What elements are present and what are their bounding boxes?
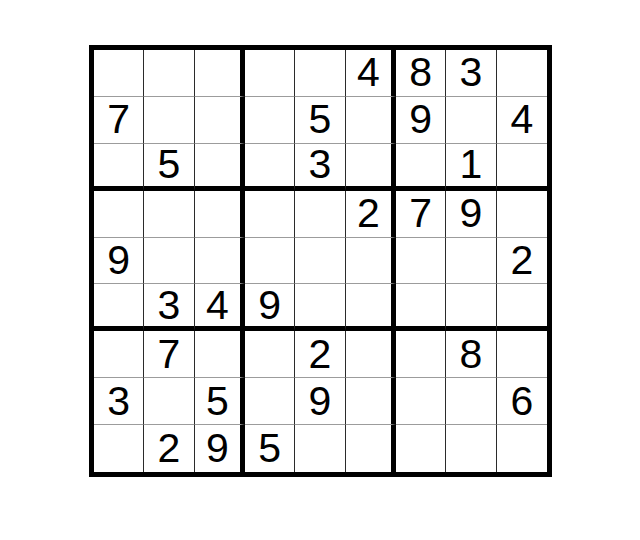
cell-r2c6-empty[interactable] <box>346 97 396 144</box>
cell-r5c6-empty[interactable] <box>346 238 396 285</box>
sudoku-page: 4837594531279923497283596295 <box>0 0 640 540</box>
cell-r6c5-empty[interactable] <box>295 284 345 331</box>
cell-r9c2-given-2[interactable]: 2 <box>144 425 194 472</box>
cell-r9c4-given-5[interactable]: 5 <box>245 425 295 472</box>
cell-r1c7-given-8[interactable]: 8 <box>396 50 446 97</box>
cell-r1c8-given-3[interactable]: 3 <box>446 50 496 97</box>
cell-r3c5-given-3[interactable]: 3 <box>295 144 345 191</box>
cell-r7c5-given-2[interactable]: 2 <box>295 331 345 378</box>
cell-r3c1-empty[interactable] <box>94 144 144 191</box>
cell-r3c2-given-5[interactable]: 5 <box>144 144 194 191</box>
cell-r6c4-given-9[interactable]: 9 <box>245 284 295 331</box>
cell-r1c1-empty[interactable] <box>94 50 144 97</box>
cell-r3c7-empty[interactable] <box>396 144 446 191</box>
cell-r8c4-empty[interactable] <box>245 378 295 425</box>
cell-r3c3-empty[interactable] <box>195 144 245 191</box>
cell-r6c3-given-4[interactable]: 4 <box>195 284 245 331</box>
cell-r3c4-empty[interactable] <box>245 144 295 191</box>
cell-r9c3-given-9[interactable]: 9 <box>195 425 245 472</box>
cell-r4c9-empty[interactable] <box>497 191 547 238</box>
cell-r7c3-empty[interactable] <box>195 331 245 378</box>
cell-r4c2-empty[interactable] <box>144 191 194 238</box>
cell-r4c7-given-7[interactable]: 7 <box>396 191 446 238</box>
cell-r7c7-empty[interactable] <box>396 331 446 378</box>
cell-r6c7-empty[interactable] <box>396 284 446 331</box>
cell-r8c2-empty[interactable] <box>144 378 194 425</box>
cell-r1c4-empty[interactable] <box>245 50 295 97</box>
cell-r5c9-given-2[interactable]: 2 <box>497 238 547 285</box>
cell-r7c9-empty[interactable] <box>497 331 547 378</box>
cell-r9c9-empty[interactable] <box>497 425 547 472</box>
cell-r7c4-empty[interactable] <box>245 331 295 378</box>
cell-r3c8-given-1[interactable]: 1 <box>446 144 496 191</box>
cell-r4c8-given-9[interactable]: 9 <box>446 191 496 238</box>
cell-r1c3-empty[interactable] <box>195 50 245 97</box>
cell-r2c5-given-5[interactable]: 5 <box>295 97 345 144</box>
cell-r2c1-given-7[interactable]: 7 <box>94 97 144 144</box>
cell-r3c9-empty[interactable] <box>497 144 547 191</box>
cell-r4c1-empty[interactable] <box>94 191 144 238</box>
cell-r2c3-empty[interactable] <box>195 97 245 144</box>
cell-r1c9-empty[interactable] <box>497 50 547 97</box>
cell-r9c5-empty[interactable] <box>295 425 345 472</box>
cell-r3c6-empty[interactable] <box>346 144 396 191</box>
cell-r7c6-empty[interactable] <box>346 331 396 378</box>
cell-r8c8-empty[interactable] <box>446 378 496 425</box>
cell-r5c1-given-9[interactable]: 9 <box>94 238 144 285</box>
cell-r6c6-empty[interactable] <box>346 284 396 331</box>
cell-r5c3-empty[interactable] <box>195 238 245 285</box>
cell-r8c1-given-3[interactable]: 3 <box>94 378 144 425</box>
cell-r1c6-given-4[interactable]: 4 <box>346 50 396 97</box>
cell-r7c1-empty[interactable] <box>94 331 144 378</box>
cell-r1c2-empty[interactable] <box>144 50 194 97</box>
cell-r8c7-empty[interactable] <box>396 378 446 425</box>
cell-r5c2-empty[interactable] <box>144 238 194 285</box>
cell-r4c4-empty[interactable] <box>245 191 295 238</box>
cell-r5c5-empty[interactable] <box>295 238 345 285</box>
cell-r9c6-empty[interactable] <box>346 425 396 472</box>
cell-r4c5-empty[interactable] <box>295 191 345 238</box>
cell-r8c6-empty[interactable] <box>346 378 396 425</box>
cell-r8c3-given-5[interactable]: 5 <box>195 378 245 425</box>
cell-r2c2-empty[interactable] <box>144 97 194 144</box>
cell-r2c4-empty[interactable] <box>245 97 295 144</box>
cell-r9c1-empty[interactable] <box>94 425 144 472</box>
cell-r7c8-given-8[interactable]: 8 <box>446 331 496 378</box>
cell-r2c8-empty[interactable] <box>446 97 496 144</box>
cell-r2c7-given-9[interactable]: 9 <box>396 97 446 144</box>
cell-r5c8-empty[interactable] <box>446 238 496 285</box>
sudoku-board: 4837594531279923497283596295 <box>89 45 552 477</box>
cell-r8c5-given-9[interactable]: 9 <box>295 378 345 425</box>
cell-r4c6-given-2[interactable]: 2 <box>346 191 396 238</box>
cell-r6c1-empty[interactable] <box>94 284 144 331</box>
cell-r5c4-empty[interactable] <box>245 238 295 285</box>
cell-r9c8-empty[interactable] <box>446 425 496 472</box>
cell-r4c3-empty[interactable] <box>195 191 245 238</box>
cell-r9c7-empty[interactable] <box>396 425 446 472</box>
cell-r5c7-empty[interactable] <box>396 238 446 285</box>
cell-r1c5-empty[interactable] <box>295 50 345 97</box>
cell-r8c9-given-6[interactable]: 6 <box>497 378 547 425</box>
cell-r2c9-given-4[interactable]: 4 <box>497 97 547 144</box>
cell-r6c8-empty[interactable] <box>446 284 496 331</box>
cell-r6c9-empty[interactable] <box>497 284 547 331</box>
cell-r6c2-given-3[interactable]: 3 <box>144 284 194 331</box>
cell-r7c2-given-7[interactable]: 7 <box>144 331 194 378</box>
